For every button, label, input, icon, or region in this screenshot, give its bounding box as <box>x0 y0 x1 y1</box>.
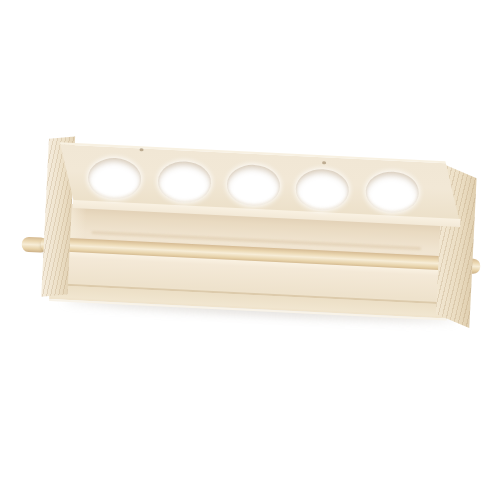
wood-knot-mark-1 <box>139 148 143 151</box>
photo-canvas <box>0 0 500 500</box>
wood-knot-mark-2 <box>322 161 326 164</box>
wooden-feeder-product-photo <box>23 138 472 349</box>
